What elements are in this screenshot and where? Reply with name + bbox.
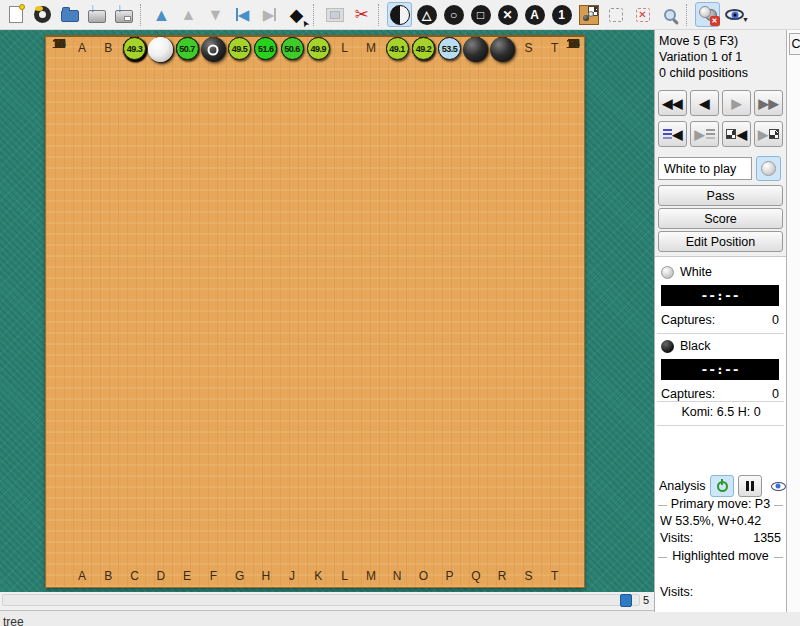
analysis-label: Analysis: [659,479,706,493]
white-stone [699,6,711,18]
mark-triangle-button[interactable]: △ [414,2,439,27]
mark-square-icon: □ [471,5,491,25]
visits-value: 1355 [753,531,781,545]
select-region-button[interactable] [603,2,628,27]
label-rect [124,16,131,21]
guess-mode-icon [579,5,599,25]
zoom-board-button[interactable] [657,2,682,27]
analysis-circle-H3[interactable]: 51.6 [254,37,277,60]
coordinate-label: R [492,569,512,583]
view-options-button[interactable]: ▼ [722,2,747,27]
clear-region-icon: ✕ [636,8,650,22]
toolbar-separator [313,4,318,26]
divider [657,401,784,402]
highlighted-visits-row: Visits: [658,585,783,599]
coordinate-label: H [256,569,276,583]
toolbar-separator [378,4,383,26]
new-file-button[interactable] [3,2,28,27]
coordinate-label: C [125,569,145,583]
divider [657,425,784,426]
coordinate-label: L [335,569,355,583]
edit-stone-tool-button[interactable] [387,2,412,27]
black-captures-value: 0 [772,387,779,401]
score-button[interactable]: Score [658,208,783,229]
game-tree-dock: tree [0,610,800,626]
white-captures-label: Captures: [661,313,715,327]
last-move-icon: ▶▶ [759,96,779,111]
red-x-badge: ✕ [710,16,720,26]
black-stone-Q16[interactable] [463,37,488,62]
highlight [35,6,43,11]
coordinate-label: O [413,569,433,583]
sound-off-button[interactable]: ✕ [695,2,720,27]
coordinate-label: F [203,569,223,583]
visits-label: Visits: [660,531,693,545]
new-game-button[interactable] [30,2,55,27]
analysis-row: Analysis: [659,475,790,497]
pupil [733,13,736,16]
mark-number-icon: 1 [552,5,572,25]
handle [671,17,678,24]
coordinate-label: M [361,41,381,55]
move-slider-track[interactable] [2,594,640,606]
guess-mode-button[interactable] [576,2,601,27]
primary-move-groupbox: Primary move: P3 W 53.5%, W+0.42 Visits:… [658,497,783,545]
import-icon: ↓ [88,10,106,23]
last-move-button[interactable]: ▶▶ [754,90,783,116]
coordinate-label: A [72,569,92,583]
coordinate-label: P [440,569,460,583]
edit-position-button[interactable]: Edit Position [658,231,783,252]
black-clock: --:-- [661,359,779,380]
last-move-marker [208,44,219,55]
coordinate-label: A [72,41,92,55]
coordinate-label: D [151,569,171,583]
toolbar: ↓↓▲▲▼◀▶◆➤✂△○□✕A1✕✕▼ [0,0,800,30]
open-file-button[interactable] [57,2,82,27]
coordinate-label: 1 [48,37,70,51]
black-captures-label: Captures: [661,387,715,401]
nav-down-button[interactable]: ▼ [203,2,228,27]
export-button[interactable]: ↓ [111,2,136,27]
white-stone-D4[interactable] [148,37,173,62]
previous-figure-button[interactable]: ◀ [722,121,751,147]
highlighted-move-groupbox: Highlighted move Visits: [658,549,783,599]
mark-circle-icon: ○ [444,5,464,25]
new-file-icon [9,6,23,23]
right-panel: Move 5 (B F3) Variation 1 of 1 0 child p… [654,30,786,612]
analysis-power-button[interactable] [710,475,734,497]
divider [657,333,784,334]
folder-tab [62,7,70,11]
previous-move-button[interactable]: ◀ [690,90,719,116]
previous-comment-icon: ◀ [673,127,683,142]
coordinate-label: B [98,569,118,583]
figure-board-icon [769,129,779,139]
toolbar-separator [140,4,145,26]
pass-button[interactable]: Pass [658,185,783,206]
move-slider-value: 5 [643,594,649,606]
clear-region-button[interactable]: ✕ [630,2,655,27]
coordinate-label: T [545,569,565,583]
edit-stone-tool-icon [390,5,410,25]
white-player-label: White [680,265,712,279]
cut-node-button[interactable]: ✂ [349,2,374,27]
mark-cross-icon: ✕ [498,5,518,25]
previous-move-icon: ◀ [700,96,710,111]
white-captures-row: Captures: 0 [661,313,779,327]
comment-lines-icon [706,129,715,131]
visits-label: Visits: [660,585,693,599]
first-move-icon: ◀◀ [663,96,683,111]
komi-label: Komi: 6.5 H: 0 [655,405,787,419]
analysis-circle-J3[interactable]: 50.6 [281,37,304,60]
arrow: ↓ [117,3,123,13]
highlighted-move-title: Highlighted move [658,549,783,563]
move-info-line2: Variation 1 of 1 [659,49,783,65]
new-game-icon [34,6,51,23]
white-clock: --:-- [661,285,779,306]
view-options-icon: ▼ [725,9,744,20]
primary-move-visits-row: Visits: 1355 [658,531,783,545]
nav-first-move-button[interactable]: ◀ [230,2,255,27]
pause-icon [746,481,749,491]
turn-stone-button[interactable] [756,156,781,181]
preview-image-button[interactable] [322,2,347,27]
power-icon [717,481,728,492]
yellow-dot [19,4,25,10]
cursor-icon: ➤ [300,17,312,28]
coordinate-label: M [361,569,381,583]
triangle: ▶ [263,7,275,22]
mark-number-button[interactable]: 1 [549,2,574,27]
swap-variation-icon: ◆➤ [290,6,304,24]
nav-first-move-icon: ◀ [236,7,250,22]
analysis-circle-C3[interactable]: 49.3 [123,37,146,60]
figure-board-icon [726,129,736,139]
next-figure-button[interactable]: ▶ [754,121,783,147]
move-slider-thumb[interactable] [620,594,632,607]
players-area: White --:-- Captures: 0 Black --:-- Capt… [655,256,787,612]
analysis-circle-G16[interactable]: 49.5 [228,37,251,60]
comment-lines-icon [663,129,672,131]
app-window: ↓↓▲▲▼◀▶◆➤✂△○□✕A1✕✕▼ AABBCCDDEEFFGGHHJJKK… [0,0,800,626]
select-region-icon [609,8,623,22]
black-player-label: Black [680,339,711,353]
coordinate-label: Q [466,569,486,583]
move-info: Move 5 (B F3) Variation 1 of 1 0 child p… [659,33,783,81]
coordinate-label: S [518,41,538,55]
primary-move-winrate: W 53.5%, W+0.42 [658,514,783,528]
board-panel: AABBCCDDEEFFGGHHJJKKLLMMNNOOPPQQRRSSTT19… [0,30,654,592]
coordinate-label: K [308,569,328,583]
nav-last-move-button[interactable]: ▶ [257,2,282,27]
nav-last-move-icon: ▶ [263,7,277,22]
white-stone-icon [661,266,674,279]
coordinate-label: S [518,569,538,583]
mark-triangle-icon: △ [417,5,437,25]
analysis-circle-K3[interactable]: 49.9 [307,37,330,60]
white-captures-value: 0 [772,313,779,327]
nav-up-variation-icon: ▲ [153,6,171,24]
go-board[interactable]: AABBCCDDEEFFGGHHJJKKLLMMNNOOPPQQRRSSTT19… [45,35,585,588]
mark-letter-button[interactable]: A [522,2,547,27]
black-stone-icon [661,340,674,353]
triangle: ◀ [238,7,250,22]
next-figure-icon: ▶ [758,127,768,142]
previous-comment-button[interactable]: ◀ [658,121,687,147]
nav-down-icon: ▼ [208,7,224,23]
import-button[interactable]: ↓ [84,2,109,27]
analysis-circle-N16[interactable]: 49.1 [386,37,409,60]
black-stone-F3[interactable] [201,37,226,62]
export-icon: ↓ [115,10,133,23]
white-stone [588,11,594,17]
mark-letter-icon: A [525,5,545,25]
coordinate-label: B [98,41,118,55]
eye-icon [771,482,786,491]
turn-indicator: White to play [658,157,752,180]
nav-row-1: ◀◀ ◀ ▶ ▶▶ [658,90,783,116]
mark-circle-button[interactable]: ○ [441,2,466,27]
zoom-board-icon [664,9,676,21]
coordinate-label: J [282,569,302,583]
coordinate-label: G [230,569,250,583]
white-stone-icon [761,161,776,176]
coordinate-label: L [335,41,355,55]
coordinate-label: N [387,569,407,583]
coordinate-label: E [177,569,197,583]
dropdown-arrow-icon: ▼ [742,16,749,23]
previous-figure-icon: ◀ [737,127,747,142]
move-slider: 5 [0,592,654,609]
side-panel-strip: C [786,30,800,612]
toolbar-separator [686,4,691,26]
black-stone-R4[interactable] [490,37,515,62]
swap-variation-button[interactable]: ◆➤ [284,2,309,27]
first-move-button[interactable]: ◀◀ [658,90,687,116]
next-comment-icon: ▶ [695,127,705,142]
next-move-icon: ▶ [732,96,742,111]
move-info-line1: Move 5 (B F3) [659,33,783,49]
coordinate-label: 1 [562,37,584,51]
next-comment-button[interactable]: ▶ [690,121,719,147]
primary-move-title: Primary move: P3 [658,497,783,511]
analysis-circle-P3[interactable]: 53.5 [438,37,461,60]
game-tree-dock-title: tree [3,615,24,626]
nav-up-icon: ▲ [181,7,197,23]
mark-cross-button[interactable]: ✕ [495,2,520,27]
arrow: ↓ [90,3,96,13]
next-move-button[interactable]: ▶ [722,90,751,116]
move-info-line3: 0 child positions [659,65,783,81]
black-player-row: Black [661,339,711,353]
open-file-icon [61,10,79,22]
nav-up-button[interactable]: ▲ [176,2,201,27]
analysis-pause-button[interactable] [738,475,762,497]
sound-off-icon: ✕ [697,5,719,24]
mark-square-button[interactable]: □ [468,2,493,27]
black-captures-row: Captures: 0 [661,387,779,401]
bar [274,8,276,21]
analysis-circle-E2[interactable]: 50.7 [176,37,199,60]
inner [330,11,340,19]
analysis-circle-O3[interactable]: 49.2 [412,37,435,60]
nav-row-2: ◀ ▶ ◀ ▶ [658,121,783,147]
comments-tab[interactable]: C [789,33,800,55]
cut-node-icon: ✂ [354,4,368,25]
nav-up-variation-button[interactable]: ▲ [149,2,174,27]
preview-image-icon [326,8,344,22]
white-player-row: White [661,265,712,279]
